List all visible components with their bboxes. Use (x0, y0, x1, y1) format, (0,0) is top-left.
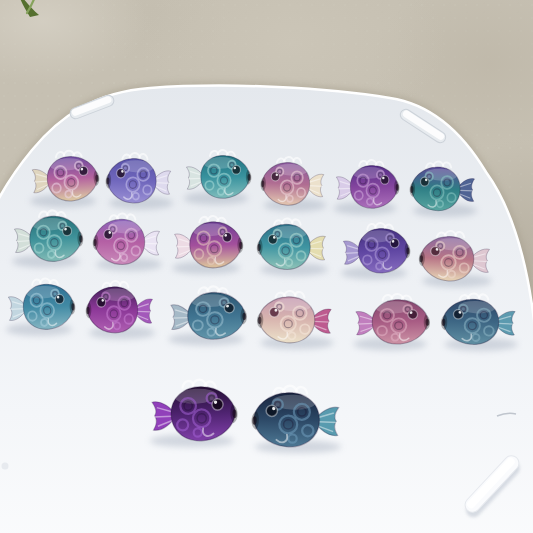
fish-eye (116, 168, 125, 178)
fish-eye (223, 232, 232, 242)
fish-eye (79, 166, 88, 176)
fish-eye (266, 405, 278, 417)
fish-eye (431, 246, 441, 256)
fish-eye (271, 172, 280, 181)
fish-eye (420, 177, 429, 186)
fish-eye (212, 399, 224, 411)
tray-speck (2, 463, 9, 470)
fish-eye (232, 165, 241, 174)
fish-eye (381, 175, 389, 184)
fish-eye (268, 235, 277, 245)
fish-eye (62, 226, 71, 236)
plant-leaf (20, 0, 39, 17)
fish-eye (104, 230, 113, 240)
fish-eye (453, 309, 463, 319)
fish-eye (97, 297, 106, 307)
photo (0, 0, 533, 533)
fish-eye (224, 303, 234, 313)
fish-eye (55, 294, 64, 304)
fish-eye (408, 310, 418, 319)
scene-canvas (0, 0, 533, 533)
fish-eye (269, 307, 279, 317)
fish-eye (390, 238, 399, 248)
